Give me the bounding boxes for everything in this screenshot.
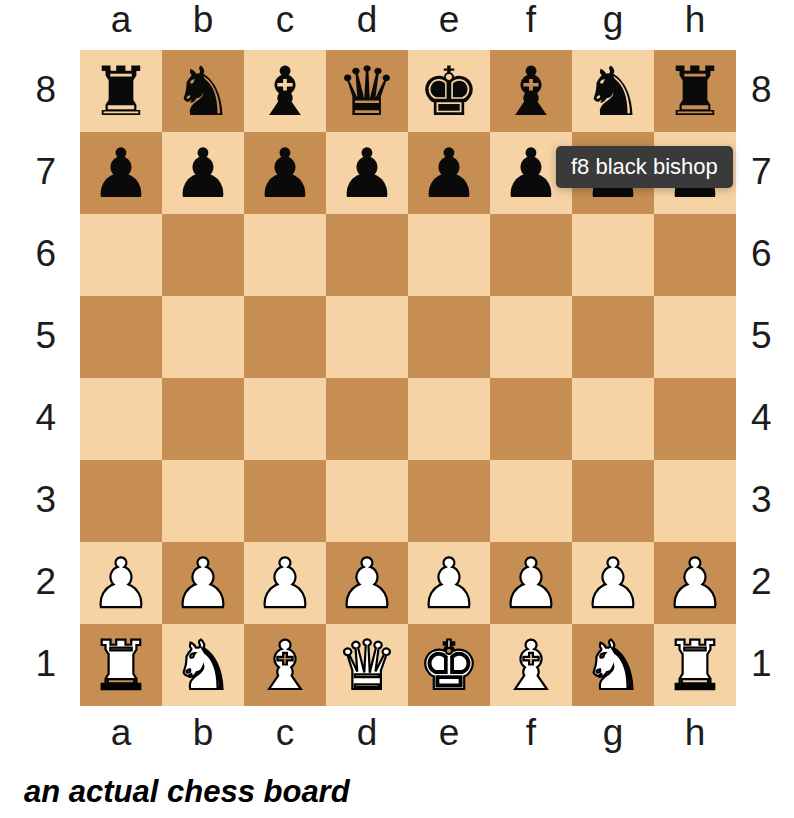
piece-tooltip: f8 black bishop	[556, 146, 733, 188]
square-g8[interactable]: ♞	[572, 50, 654, 132]
rank-label-left-1: 1	[0, 624, 56, 706]
square-g5[interactable]	[572, 296, 654, 378]
file-label-top-c: c	[244, 0, 326, 42]
chess-app: abcdefgh 87654321 ♜♞♝♛♚♝♞♜♟♟♟♟♟♟♟♟♟♟♟♟♟♟…	[0, 0, 794, 818]
square-g1[interactable]: ♞	[572, 624, 654, 706]
piece-white-pawn-g2[interactable]: ♟	[583, 550, 644, 618]
square-h3[interactable]	[654, 460, 736, 542]
file-label-bottom-a: a	[80, 706, 162, 758]
rank-label-left-8: 8	[0, 50, 56, 132]
square-f6[interactable]	[490, 214, 572, 296]
square-g4[interactable]	[572, 378, 654, 460]
file-label-bottom-c: c	[244, 706, 326, 758]
square-c3[interactable]	[244, 460, 326, 542]
square-b7[interactable]: ♟	[162, 132, 244, 214]
file-label-top-h: h	[654, 0, 736, 42]
square-a4[interactable]	[80, 378, 162, 460]
square-e1[interactable]: ♚	[408, 624, 490, 706]
square-d3[interactable]	[326, 460, 408, 542]
square-f5[interactable]	[490, 296, 572, 378]
square-d1[interactable]: ♛	[326, 624, 408, 706]
piece-white-pawn-h2[interactable]: ♟	[665, 550, 726, 618]
square-c7[interactable]: ♟	[244, 132, 326, 214]
piece-white-pawn-d2[interactable]: ♟	[337, 550, 398, 618]
square-d5[interactable]	[326, 296, 408, 378]
square-d6[interactable]	[326, 214, 408, 296]
file-label-bottom-e: e	[408, 706, 490, 758]
rank-label-right-7: 7	[751, 132, 794, 214]
square-f3[interactable]	[490, 460, 572, 542]
file-label-bottom-h: h	[654, 706, 736, 758]
piece-black-pawn-b7[interactable]: ♟	[173, 140, 234, 208]
file-label-top-d: d	[326, 0, 408, 42]
piece-white-rook-a1[interactable]: ♜	[91, 632, 152, 700]
square-b4[interactable]	[162, 378, 244, 460]
square-e8[interactable]: ♚	[408, 50, 490, 132]
square-g3[interactable]	[572, 460, 654, 542]
square-f8[interactable]: ♝	[490, 50, 572, 132]
square-h2[interactable]: ♟	[654, 542, 736, 624]
square-c4[interactable]	[244, 378, 326, 460]
piece-black-knight-b8[interactable]: ♞	[173, 58, 234, 126]
rank-label-left-3: 3	[0, 460, 56, 542]
square-e7[interactable]: ♟	[408, 132, 490, 214]
rank-labels-left: 87654321	[0, 50, 56, 706]
rank-label-left-2: 2	[0, 542, 56, 624]
square-d7[interactable]: ♟	[326, 132, 408, 214]
square-c5[interactable]	[244, 296, 326, 378]
rank-label-left-5: 5	[0, 296, 56, 378]
rank-label-right-1: 1	[751, 624, 794, 706]
file-label-top-f: f	[490, 0, 572, 42]
square-a8[interactable]: ♜	[80, 50, 162, 132]
piece-white-king-e1[interactable]: ♚	[419, 632, 480, 700]
square-h1[interactable]: ♜	[654, 624, 736, 706]
file-label-bottom-d: d	[326, 706, 408, 758]
file-label-top-a: a	[80, 0, 162, 42]
square-e5[interactable]	[408, 296, 490, 378]
square-c1[interactable]: ♝	[244, 624, 326, 706]
square-h8[interactable]: ♜	[654, 50, 736, 132]
square-c8[interactable]: ♝	[244, 50, 326, 132]
piece-white-knight-g1[interactable]: ♞	[583, 632, 644, 700]
square-a7[interactable]: ♟	[80, 132, 162, 214]
piece-black-bishop-c8[interactable]: ♝	[255, 58, 316, 126]
square-e4[interactable]	[408, 378, 490, 460]
rank-label-left-7: 7	[0, 132, 56, 214]
file-label-top-g: g	[572, 0, 654, 42]
piece-black-pawn-d7[interactable]: ♟	[337, 140, 398, 208]
rank-label-right-5: 5	[751, 296, 794, 378]
file-labels-top: abcdefgh	[80, 0, 736, 42]
caption: an actual chess board	[24, 772, 350, 812]
square-g6[interactable]	[572, 214, 654, 296]
square-d4[interactable]	[326, 378, 408, 460]
piece-white-queen-d1[interactable]: ♛	[337, 632, 398, 700]
square-b6[interactable]	[162, 214, 244, 296]
square-c6[interactable]	[244, 214, 326, 296]
square-a5[interactable]	[80, 296, 162, 378]
square-a3[interactable]	[80, 460, 162, 542]
piece-white-pawn-a2[interactable]: ♟	[91, 550, 152, 618]
square-c2[interactable]: ♟	[244, 542, 326, 624]
piece-black-pawn-a7[interactable]: ♟	[91, 140, 152, 208]
square-f4[interactable]	[490, 378, 572, 460]
rank-label-right-4: 4	[751, 378, 794, 460]
square-g2[interactable]: ♟	[572, 542, 654, 624]
piece-white-rook-h1[interactable]: ♜	[665, 632, 726, 700]
square-e2[interactable]: ♟	[408, 542, 490, 624]
square-b1[interactable]: ♞	[162, 624, 244, 706]
piece-black-pawn-c7[interactable]: ♟	[255, 140, 316, 208]
piece-white-pawn-b2[interactable]: ♟	[173, 550, 234, 618]
file-label-bottom-f: f	[490, 706, 572, 758]
piece-white-pawn-f2[interactable]: ♟	[501, 550, 562, 618]
square-a6[interactable]	[80, 214, 162, 296]
piece-black-bishop-f8[interactable]: ♝	[501, 58, 562, 126]
file-label-bottom-g: g	[572, 706, 654, 758]
file-labels-bottom: abcdefgh	[80, 706, 736, 758]
square-f1[interactable]: ♝	[490, 624, 572, 706]
square-b8[interactable]: ♞	[162, 50, 244, 132]
square-a2[interactable]: ♟	[80, 542, 162, 624]
piece-black-pawn-f7[interactable]: ♟	[501, 140, 562, 208]
piece-white-knight-b1[interactable]: ♞	[173, 632, 234, 700]
piece-white-bishop-c1[interactable]: ♝	[255, 632, 316, 700]
square-e3[interactable]	[408, 460, 490, 542]
rank-label-left-4: 4	[0, 378, 56, 460]
piece-black-queen-d8[interactable]: ♛	[337, 58, 398, 126]
piece-black-rook-h8[interactable]: ♜	[665, 58, 726, 126]
piece-white-pawn-e2[interactable]: ♟	[419, 550, 480, 618]
rank-label-left-6: 6	[0, 214, 56, 296]
file-label-top-e: e	[408, 0, 490, 42]
piece-black-rook-a8[interactable]: ♜	[91, 58, 152, 126]
rank-label-right-3: 3	[751, 460, 794, 542]
rank-labels-right: 87654321	[751, 50, 794, 706]
piece-black-king-e8[interactable]: ♚	[419, 58, 480, 126]
square-a1[interactable]: ♜	[80, 624, 162, 706]
square-h6[interactable]	[654, 214, 736, 296]
rank-label-right-2: 2	[751, 542, 794, 624]
square-b5[interactable]	[162, 296, 244, 378]
file-label-bottom-b: b	[162, 706, 244, 758]
piece-white-pawn-c2[interactable]: ♟	[255, 550, 316, 618]
square-h5[interactable]	[654, 296, 736, 378]
piece-black-pawn-e7[interactable]: ♟	[419, 140, 480, 208]
rank-label-right-8: 8	[751, 50, 794, 132]
piece-black-knight-g8[interactable]: ♞	[583, 58, 644, 126]
square-d2[interactable]: ♟	[326, 542, 408, 624]
square-e6[interactable]	[408, 214, 490, 296]
square-b2[interactable]: ♟	[162, 542, 244, 624]
square-h4[interactable]	[654, 378, 736, 460]
file-label-top-b: b	[162, 0, 244, 42]
square-d8[interactable]: ♛	[326, 50, 408, 132]
square-b3[interactable]	[162, 460, 244, 542]
piece-white-bishop-f1[interactable]: ♝	[501, 632, 562, 700]
square-f2[interactable]: ♟	[490, 542, 572, 624]
rank-label-right-6: 6	[751, 214, 794, 296]
